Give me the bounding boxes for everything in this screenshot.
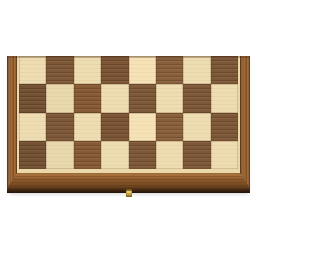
brass-clasp-icon bbox=[126, 189, 132, 197]
board-square bbox=[183, 56, 210, 84]
board-square bbox=[74, 141, 101, 169]
chess-board-grid bbox=[19, 56, 238, 169]
board-square bbox=[74, 113, 101, 141]
board-inlay-border bbox=[17, 56, 240, 173]
folded-chessboard-box bbox=[7, 56, 250, 193]
board-square bbox=[156, 56, 183, 84]
board-square bbox=[101, 141, 128, 169]
board-square bbox=[74, 56, 101, 84]
board-square bbox=[183, 84, 210, 112]
frame-left-rail bbox=[7, 56, 17, 188]
board-square bbox=[129, 56, 156, 84]
board-square bbox=[211, 141, 238, 169]
board-square bbox=[46, 141, 73, 169]
board-square bbox=[156, 113, 183, 141]
board-square bbox=[19, 84, 46, 112]
board-square bbox=[101, 84, 128, 112]
board-square bbox=[74, 84, 101, 112]
board-square bbox=[129, 141, 156, 169]
board-square bbox=[101, 56, 128, 84]
frame-right-rail bbox=[240, 56, 250, 188]
product-photo bbox=[0, 0, 256, 256]
board-square bbox=[156, 141, 183, 169]
board-square bbox=[211, 113, 238, 141]
board-square bbox=[46, 113, 73, 141]
board-square bbox=[19, 56, 46, 84]
board-square bbox=[183, 113, 210, 141]
board-square bbox=[129, 113, 156, 141]
board-square bbox=[19, 113, 46, 141]
board-square bbox=[46, 84, 73, 112]
frame-bottom-rail bbox=[7, 173, 250, 188]
board-square bbox=[19, 141, 46, 169]
page-background: { "game": "chess", "subject": "folding w… bbox=[0, 0, 320, 256]
top-edge-shade bbox=[7, 56, 250, 58]
board-square bbox=[46, 56, 73, 84]
board-square bbox=[183, 141, 210, 169]
board-square bbox=[156, 84, 183, 112]
board-square bbox=[101, 113, 128, 141]
board-square bbox=[211, 56, 238, 84]
board-square bbox=[129, 84, 156, 112]
board-square bbox=[211, 84, 238, 112]
board-top-face bbox=[7, 56, 250, 188]
